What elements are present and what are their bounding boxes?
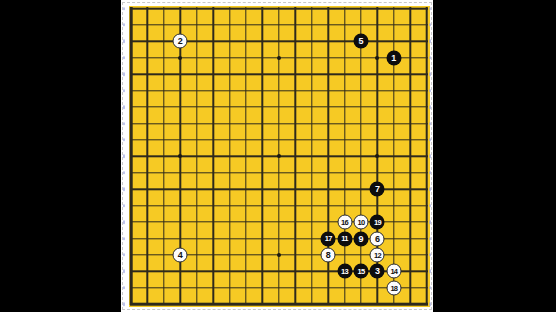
- coordinate-tick: [429, 40, 431, 44]
- coordinate-tick: [429, 155, 431, 159]
- grid-line-horizontal: [130, 303, 428, 306]
- stone-move-number: 1: [391, 53, 396, 62]
- stone-move-number: 2: [178, 37, 183, 46]
- coordinate-tick: [123, 302, 125, 306]
- stone-move-number: 10: [358, 218, 365, 226]
- stone-black-19-Q6[interactable]: 19: [370, 215, 385, 230]
- stone-move-number: 7: [375, 185, 380, 194]
- grid-line-horizontal: [130, 172, 428, 173]
- coordinate-tick: [123, 56, 125, 60]
- coordinate-tick: [123, 7, 125, 11]
- stone-black-7-Q8[interactable]: 7: [370, 182, 385, 197]
- grid-line-vertical: [295, 7, 296, 305]
- stone-white-18-R2[interactable]: 18: [386, 280, 401, 295]
- stone-black-1-R16[interactable]: 1: [386, 50, 401, 65]
- stone-black-5-P17[interactable]: 5: [354, 34, 369, 49]
- goban[interactable]: 12345678910111213141516171819: [129, 6, 430, 307]
- coordinate-tick: [123, 122, 125, 126]
- stone-move-number: 3: [375, 267, 380, 276]
- page-background: { "game": "go", "board_size": 19, "diagr…: [0, 0, 556, 312]
- coordinate-tick: [123, 155, 125, 159]
- star-point: [375, 56, 379, 60]
- grid-line-horizontal: [130, 287, 428, 288]
- coordinate-tick: [123, 89, 125, 93]
- coordinate-tick: [429, 171, 431, 175]
- stone-move-number: 5: [359, 37, 364, 46]
- stone-move-number: 9: [359, 234, 364, 243]
- stone-move-number: 6: [375, 234, 380, 243]
- stone-move-number: 13: [341, 268, 348, 276]
- coordinate-tick: [429, 56, 431, 60]
- coordinate-tick: [429, 220, 431, 224]
- stone-white-10-P6[interactable]: 10: [354, 215, 369, 230]
- stone-move-number: 16: [341, 218, 348, 226]
- stone-move-number: 19: [374, 218, 381, 226]
- stone-white-4-D4[interactable]: 4: [173, 247, 188, 262]
- stone-move-number: 12: [374, 251, 381, 259]
- stone-move-number: 14: [390, 268, 397, 276]
- stone-move-number: 4: [178, 250, 183, 259]
- stone-move-number: 15: [358, 268, 365, 276]
- grid-line-vertical: [360, 7, 361, 305]
- coordinate-tick: [429, 187, 431, 191]
- coordinate-tick: [123, 187, 125, 191]
- grid-line-horizontal: [130, 205, 428, 206]
- coordinate-tick: [429, 237, 431, 241]
- stone-white-6-Q5[interactable]: 6: [370, 231, 385, 246]
- coordinate-tick: [123, 253, 125, 257]
- coordinate-tick: [123, 105, 125, 109]
- stone-black-15-P3[interactable]: 15: [354, 264, 369, 279]
- coordinate-tick: [429, 204, 431, 208]
- coordinate-tick: [429, 253, 431, 257]
- stone-move-number: 11: [341, 235, 348, 243]
- star-point: [277, 56, 281, 60]
- coordinate-tick: [429, 138, 431, 142]
- star-point: [277, 253, 281, 257]
- star-point: [178, 154, 182, 158]
- coordinate-tick: [429, 270, 431, 274]
- coordinate-tick: [123, 220, 125, 224]
- coordinate-tick: [429, 72, 431, 76]
- coordinate-tick: [123, 286, 125, 290]
- stone-white-2-D17[interactable]: 2: [173, 34, 188, 49]
- stone-black-13-O3[interactable]: 13: [337, 264, 352, 279]
- grid-line-vertical: [311, 7, 312, 305]
- coordinate-tick: [123, 171, 125, 175]
- star-point: [277, 154, 281, 158]
- coordinate-tick: [123, 270, 125, 274]
- grid-line-vertical: [410, 7, 411, 305]
- coordinate-tick: [123, 72, 125, 76]
- stone-black-3-Q3[interactable]: 3: [370, 264, 385, 279]
- grid-line-vertical: [344, 7, 345, 305]
- stone-move-number: 18: [390, 284, 397, 292]
- coordinate-tick: [429, 122, 431, 126]
- coordinate-tick: [123, 23, 125, 27]
- star-point: [375, 154, 379, 158]
- star-point: [178, 56, 182, 60]
- coordinate-tick: [429, 89, 431, 93]
- stone-white-12-Q4[interactable]: 12: [370, 247, 385, 262]
- stone-white-14-R3[interactable]: 14: [386, 264, 401, 279]
- stone-move-number: 8: [326, 250, 331, 259]
- coordinate-tick: [123, 40, 125, 44]
- stone-white-16-O6[interactable]: 16: [337, 215, 352, 230]
- coordinate-tick: [429, 23, 431, 27]
- stone-black-11-O5[interactable]: 11: [337, 231, 352, 246]
- coordinate-tick: [429, 7, 431, 11]
- coordinate-tick: [429, 105, 431, 109]
- coordinate-tick: [429, 286, 431, 290]
- stone-move-number: 17: [325, 235, 332, 243]
- stone-white-8-N4[interactable]: 8: [321, 247, 336, 262]
- coordinate-tick: [123, 204, 125, 208]
- diagram-panel: 12345678910111213141516171819: [121, 0, 433, 312]
- stone-black-9-P5[interactable]: 9: [354, 231, 369, 246]
- stone-black-17-N5[interactable]: 17: [321, 231, 336, 246]
- coordinate-tick: [123, 237, 125, 241]
- coordinate-tick: [429, 302, 431, 306]
- coordinate-tick: [123, 138, 125, 142]
